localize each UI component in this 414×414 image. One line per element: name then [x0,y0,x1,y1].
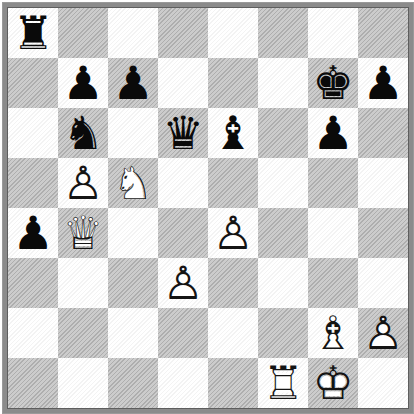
square-g2[interactable]: ♝♗ [308,308,358,358]
black-king-piece: ♚ [308,58,358,108]
white-pawn-piece: ♟♙ [358,308,408,358]
square-d1[interactable] [158,358,208,408]
chess-board: ♜♟♟♚♟♞♛♝♟♟♙♞♘♟♛♕♟♙♟♙♝♗♟♙♜♖♚♔ [7,7,409,409]
square-c6[interactable] [108,108,158,158]
square-c4[interactable] [108,208,158,258]
square-d3[interactable]: ♟♙ [158,258,208,308]
piece-glyph: ♜ [8,8,58,58]
square-e3[interactable] [208,258,258,308]
square-b6[interactable]: ♞ [58,108,108,158]
square-c2[interactable] [108,308,158,358]
square-b4[interactable]: ♛♕ [58,208,108,258]
piece-outline-layer: ♙ [208,208,258,258]
square-b7[interactable]: ♟ [58,58,108,108]
square-g7[interactable]: ♚ [308,58,358,108]
square-e7[interactable] [208,58,258,108]
square-g3[interactable] [308,258,358,308]
square-a1[interactable] [8,358,58,408]
white-knight-piece: ♞♘ [108,158,158,208]
piece-outline-layer: ♙ [158,258,208,308]
square-f2[interactable] [258,308,308,358]
square-e5[interactable] [208,158,258,208]
square-a5[interactable] [8,158,58,208]
square-h5[interactable] [358,158,408,208]
piece-glyph: ♛ [158,108,208,158]
square-a3[interactable] [8,258,58,308]
square-c3[interactable] [108,258,158,308]
piece-outline-layer: ♘ [108,158,158,208]
square-e6[interactable]: ♝ [208,108,258,158]
piece-glyph: ♟ [358,58,408,108]
square-a6[interactable] [8,108,58,158]
page-background: ♜♟♟♚♟♞♛♝♟♟♙♞♘♟♛♕♟♙♟♙♝♗♟♙♜♖♚♔ [0,0,414,414]
square-h6[interactable] [358,108,408,158]
square-h8[interactable] [358,8,408,58]
square-g1[interactable]: ♚♔ [308,358,358,408]
square-d2[interactable] [158,308,208,358]
white-pawn-piece: ♟♙ [58,158,108,208]
square-f4[interactable] [258,208,308,258]
piece-glyph: ♟ [58,58,108,108]
piece-outline-layer: ♗ [308,308,358,358]
square-d6[interactable]: ♛ [158,108,208,158]
square-h3[interactable] [358,258,408,308]
piece-glyph: ♝ [208,108,258,158]
black-rook-piece: ♜ [8,8,58,58]
square-d7[interactable] [158,58,208,108]
square-b5[interactable]: ♟♙ [58,158,108,208]
square-e2[interactable] [208,308,258,358]
square-a7[interactable] [8,58,58,108]
square-h2[interactable]: ♟♙ [358,308,408,358]
square-g8[interactable] [308,8,358,58]
square-d5[interactable] [158,158,208,208]
square-e4[interactable]: ♟♙ [208,208,258,258]
square-a8[interactable]: ♜ [8,8,58,58]
square-g6[interactable]: ♟ [308,108,358,158]
square-h1[interactable] [358,358,408,408]
square-e8[interactable] [208,8,258,58]
square-a4[interactable]: ♟ [8,208,58,258]
square-b3[interactable] [58,258,108,308]
square-f3[interactable] [258,258,308,308]
piece-glyph: ♟ [308,108,358,158]
square-c1[interactable] [108,358,158,408]
square-e1[interactable] [208,358,258,408]
black-pawn-piece: ♟ [308,108,358,158]
black-bishop-piece: ♝ [208,108,258,158]
white-bishop-piece: ♝♗ [308,308,358,358]
square-d4[interactable] [158,208,208,258]
square-g4[interactable] [308,208,358,258]
piece-outline-layer: ♙ [358,308,408,358]
black-queen-piece: ♛ [158,108,208,158]
board-frame: ♜♟♟♚♟♞♛♝♟♟♙♞♘♟♛♕♟♙♟♙♝♗♟♙♜♖♚♔ [2,2,414,414]
square-f6[interactable] [258,108,308,158]
white-pawn-piece: ♟♙ [158,258,208,308]
square-b1[interactable] [58,358,108,408]
square-f1[interactable]: ♜♖ [258,358,308,408]
square-b2[interactable] [58,308,108,358]
square-c8[interactable] [108,8,158,58]
square-c7[interactable]: ♟ [108,58,158,108]
white-king-piece: ♚♔ [308,358,358,408]
piece-outline-layer: ♖ [258,358,308,408]
square-c5[interactable]: ♞♘ [108,158,158,208]
piece-glyph: ♟ [108,58,158,108]
square-f7[interactable] [258,58,308,108]
piece-glyph: ♚ [308,58,358,108]
square-f5[interactable] [258,158,308,208]
square-h4[interactable] [358,208,408,258]
square-d8[interactable] [158,8,208,58]
square-g5[interactable] [308,158,358,208]
square-h7[interactable]: ♟ [358,58,408,108]
piece-outline-layer: ♙ [58,158,108,208]
square-a2[interactable] [8,308,58,358]
black-knight-piece: ♞ [58,108,108,158]
white-pawn-piece: ♟♙ [208,208,258,258]
piece-glyph: ♞ [58,108,108,158]
piece-outline-layer: ♕ [58,208,108,258]
square-b8[interactable] [58,8,108,58]
white-rook-piece: ♜♖ [258,358,308,408]
black-pawn-piece: ♟ [358,58,408,108]
white-queen-piece: ♛♕ [58,208,108,258]
piece-glyph: ♟ [8,208,58,258]
black-pawn-piece: ♟ [58,58,108,108]
piece-outline-layer: ♔ [308,358,358,408]
black-pawn-piece: ♟ [8,208,58,258]
square-f8[interactable] [258,8,308,58]
black-pawn-piece: ♟ [108,58,158,108]
